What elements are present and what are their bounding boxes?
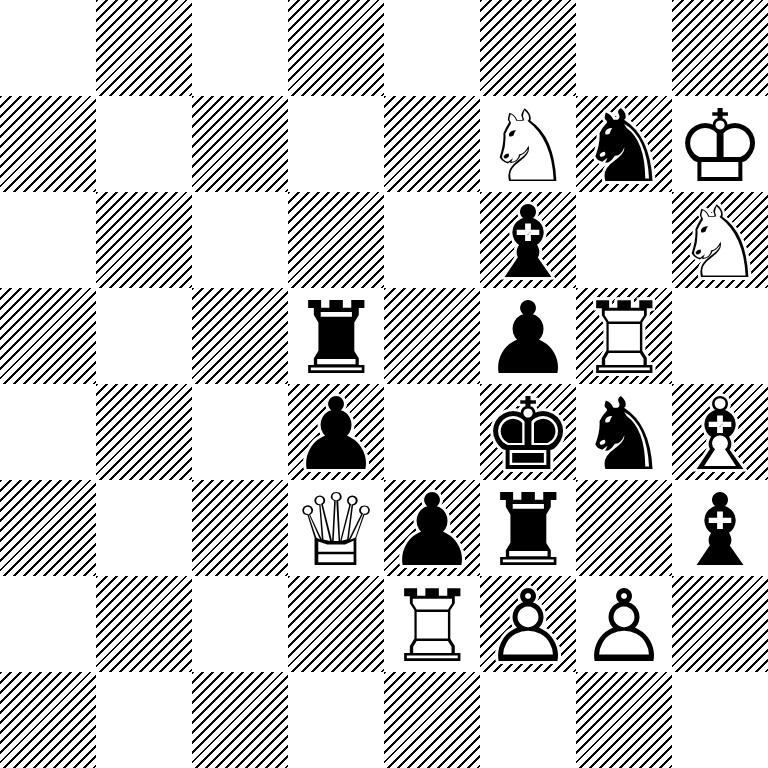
black-bishop-icon: ♝: [483, 193, 573, 293]
white-rook[interactable]: ♜♖: [576, 288, 672, 384]
square-c1[interactable]: [192, 672, 288, 768]
square-h3[interactable]: ♝♝: [672, 480, 768, 576]
square-d7[interactable]: [288, 96, 384, 192]
square-d2[interactable]: [288, 576, 384, 672]
square-g5[interactable]: ♜♖: [576, 288, 672, 384]
black-rook[interactable]: ♜♜: [288, 288, 384, 384]
white-king[interactable]: ♚♔: [672, 96, 768, 192]
square-a7[interactable]: [0, 96, 96, 192]
black-king[interactable]: ♚♚: [480, 384, 576, 480]
square-e4[interactable]: [384, 384, 480, 480]
black-knight-icon: ♞: [579, 97, 669, 197]
square-f7[interactable]: ♞♘: [480, 96, 576, 192]
square-g1[interactable]: [576, 672, 672, 768]
square-c8[interactable]: [192, 0, 288, 96]
square-g4[interactable]: ♞♞: [576, 384, 672, 480]
black-pawn[interactable]: ♟♟: [288, 384, 384, 480]
white-bishop-icon: ♗: [675, 385, 765, 485]
square-a6[interactable]: [0, 192, 96, 288]
white-pawn-icon: ♙: [579, 577, 669, 677]
square-g6[interactable]: [576, 192, 672, 288]
white-bishop[interactable]: ♝♗: [672, 384, 768, 480]
black-rook[interactable]: ♜♜: [480, 480, 576, 576]
square-c4[interactable]: [192, 384, 288, 480]
black-bishop-icon: ♝: [675, 481, 765, 581]
black-rook-icon: ♜: [483, 481, 573, 581]
square-d8[interactable]: [288, 0, 384, 96]
square-a2[interactable]: [0, 576, 96, 672]
black-bishop[interactable]: ♝♝: [480, 192, 576, 288]
square-f2[interactable]: ♟♙: [480, 576, 576, 672]
square-h1[interactable]: [672, 672, 768, 768]
white-pawn-icon: ♙: [483, 577, 573, 677]
square-h5[interactable]: [672, 288, 768, 384]
white-rook-icon: ♖: [579, 289, 669, 389]
square-e3[interactable]: ♟♟: [384, 480, 480, 576]
square-f4[interactable]: ♚♚: [480, 384, 576, 480]
black-pawn[interactable]: ♟♟: [384, 480, 480, 576]
white-pawn[interactable]: ♟♙: [480, 576, 576, 672]
square-d6[interactable]: [288, 192, 384, 288]
square-c7[interactable]: [192, 96, 288, 192]
black-knight[interactable]: ♞♞: [576, 96, 672, 192]
square-e6[interactable]: [384, 192, 480, 288]
square-a4[interactable]: [0, 384, 96, 480]
square-b3[interactable]: [96, 480, 192, 576]
square-d3[interactable]: ♛♕: [288, 480, 384, 576]
white-queen-icon: ♕: [291, 481, 381, 581]
white-pawn[interactable]: ♟♙: [576, 576, 672, 672]
square-e7[interactable]: [384, 96, 480, 192]
square-b4[interactable]: [96, 384, 192, 480]
black-pawn-icon: ♟: [291, 385, 381, 485]
square-g3[interactable]: [576, 480, 672, 576]
square-g7[interactable]: ♞♞: [576, 96, 672, 192]
square-h7[interactable]: ♚♔: [672, 96, 768, 192]
square-h4[interactable]: ♝♗: [672, 384, 768, 480]
square-d5[interactable]: ♜♜: [288, 288, 384, 384]
black-pawn[interactable]: ♟♟: [480, 288, 576, 384]
black-knight-icon: ♞: [579, 385, 669, 485]
square-f1[interactable]: [480, 672, 576, 768]
square-c3[interactable]: [192, 480, 288, 576]
black-knight[interactable]: ♞♞: [576, 384, 672, 480]
square-e8[interactable]: [384, 0, 480, 96]
square-c6[interactable]: [192, 192, 288, 288]
square-a8[interactable]: [0, 0, 96, 96]
square-h8[interactable]: [672, 0, 768, 96]
square-g2[interactable]: ♟♙: [576, 576, 672, 672]
white-knight-icon: ♘: [675, 193, 765, 293]
square-b1[interactable]: [96, 672, 192, 768]
square-b7[interactable]: [96, 96, 192, 192]
square-f3[interactable]: ♜♜: [480, 480, 576, 576]
square-d1[interactable]: [288, 672, 384, 768]
black-king-icon: ♚: [483, 385, 573, 485]
square-a3[interactable]: [0, 480, 96, 576]
square-b2[interactable]: [96, 576, 192, 672]
white-knight[interactable]: ♞♘: [480, 96, 576, 192]
square-h2[interactable]: [672, 576, 768, 672]
square-d4[interactable]: ♟♟: [288, 384, 384, 480]
square-e5[interactable]: [384, 288, 480, 384]
square-f6[interactable]: ♝♝: [480, 192, 576, 288]
white-queen[interactable]: ♛♕: [288, 480, 384, 576]
square-c2[interactable]: [192, 576, 288, 672]
square-b6[interactable]: [96, 192, 192, 288]
square-b5[interactable]: [96, 288, 192, 384]
chess-board: ♞♘♞♞♚♔♝♝♞♘♜♜♟♟♜♖♟♟♚♚♞♞♝♗♛♕♟♟♜♜♝♝♜♖♟♙♟♙: [0, 0, 768, 768]
square-a1[interactable]: [0, 672, 96, 768]
square-g8[interactable]: [576, 0, 672, 96]
white-king-icon: ♔: [675, 97, 765, 197]
white-rook[interactable]: ♜♖: [384, 576, 480, 672]
square-e2[interactable]: ♜♖: [384, 576, 480, 672]
square-a5[interactable]: [0, 288, 96, 384]
square-c5[interactable]: [192, 288, 288, 384]
square-e1[interactable]: [384, 672, 480, 768]
black-pawn-icon: ♟: [483, 289, 573, 389]
square-h6[interactable]: ♞♘: [672, 192, 768, 288]
white-knight[interactable]: ♞♘: [672, 192, 768, 288]
square-b8[interactable]: [96, 0, 192, 96]
white-rook-icon: ♖: [387, 577, 477, 677]
square-f5[interactable]: ♟♟: [480, 288, 576, 384]
white-knight-icon: ♘: [483, 97, 573, 197]
black-rook-icon: ♜: [291, 289, 381, 389]
black-pawn-icon: ♟: [387, 481, 477, 581]
black-bishop[interactable]: ♝♝: [672, 480, 768, 576]
square-f8[interactable]: [480, 0, 576, 96]
